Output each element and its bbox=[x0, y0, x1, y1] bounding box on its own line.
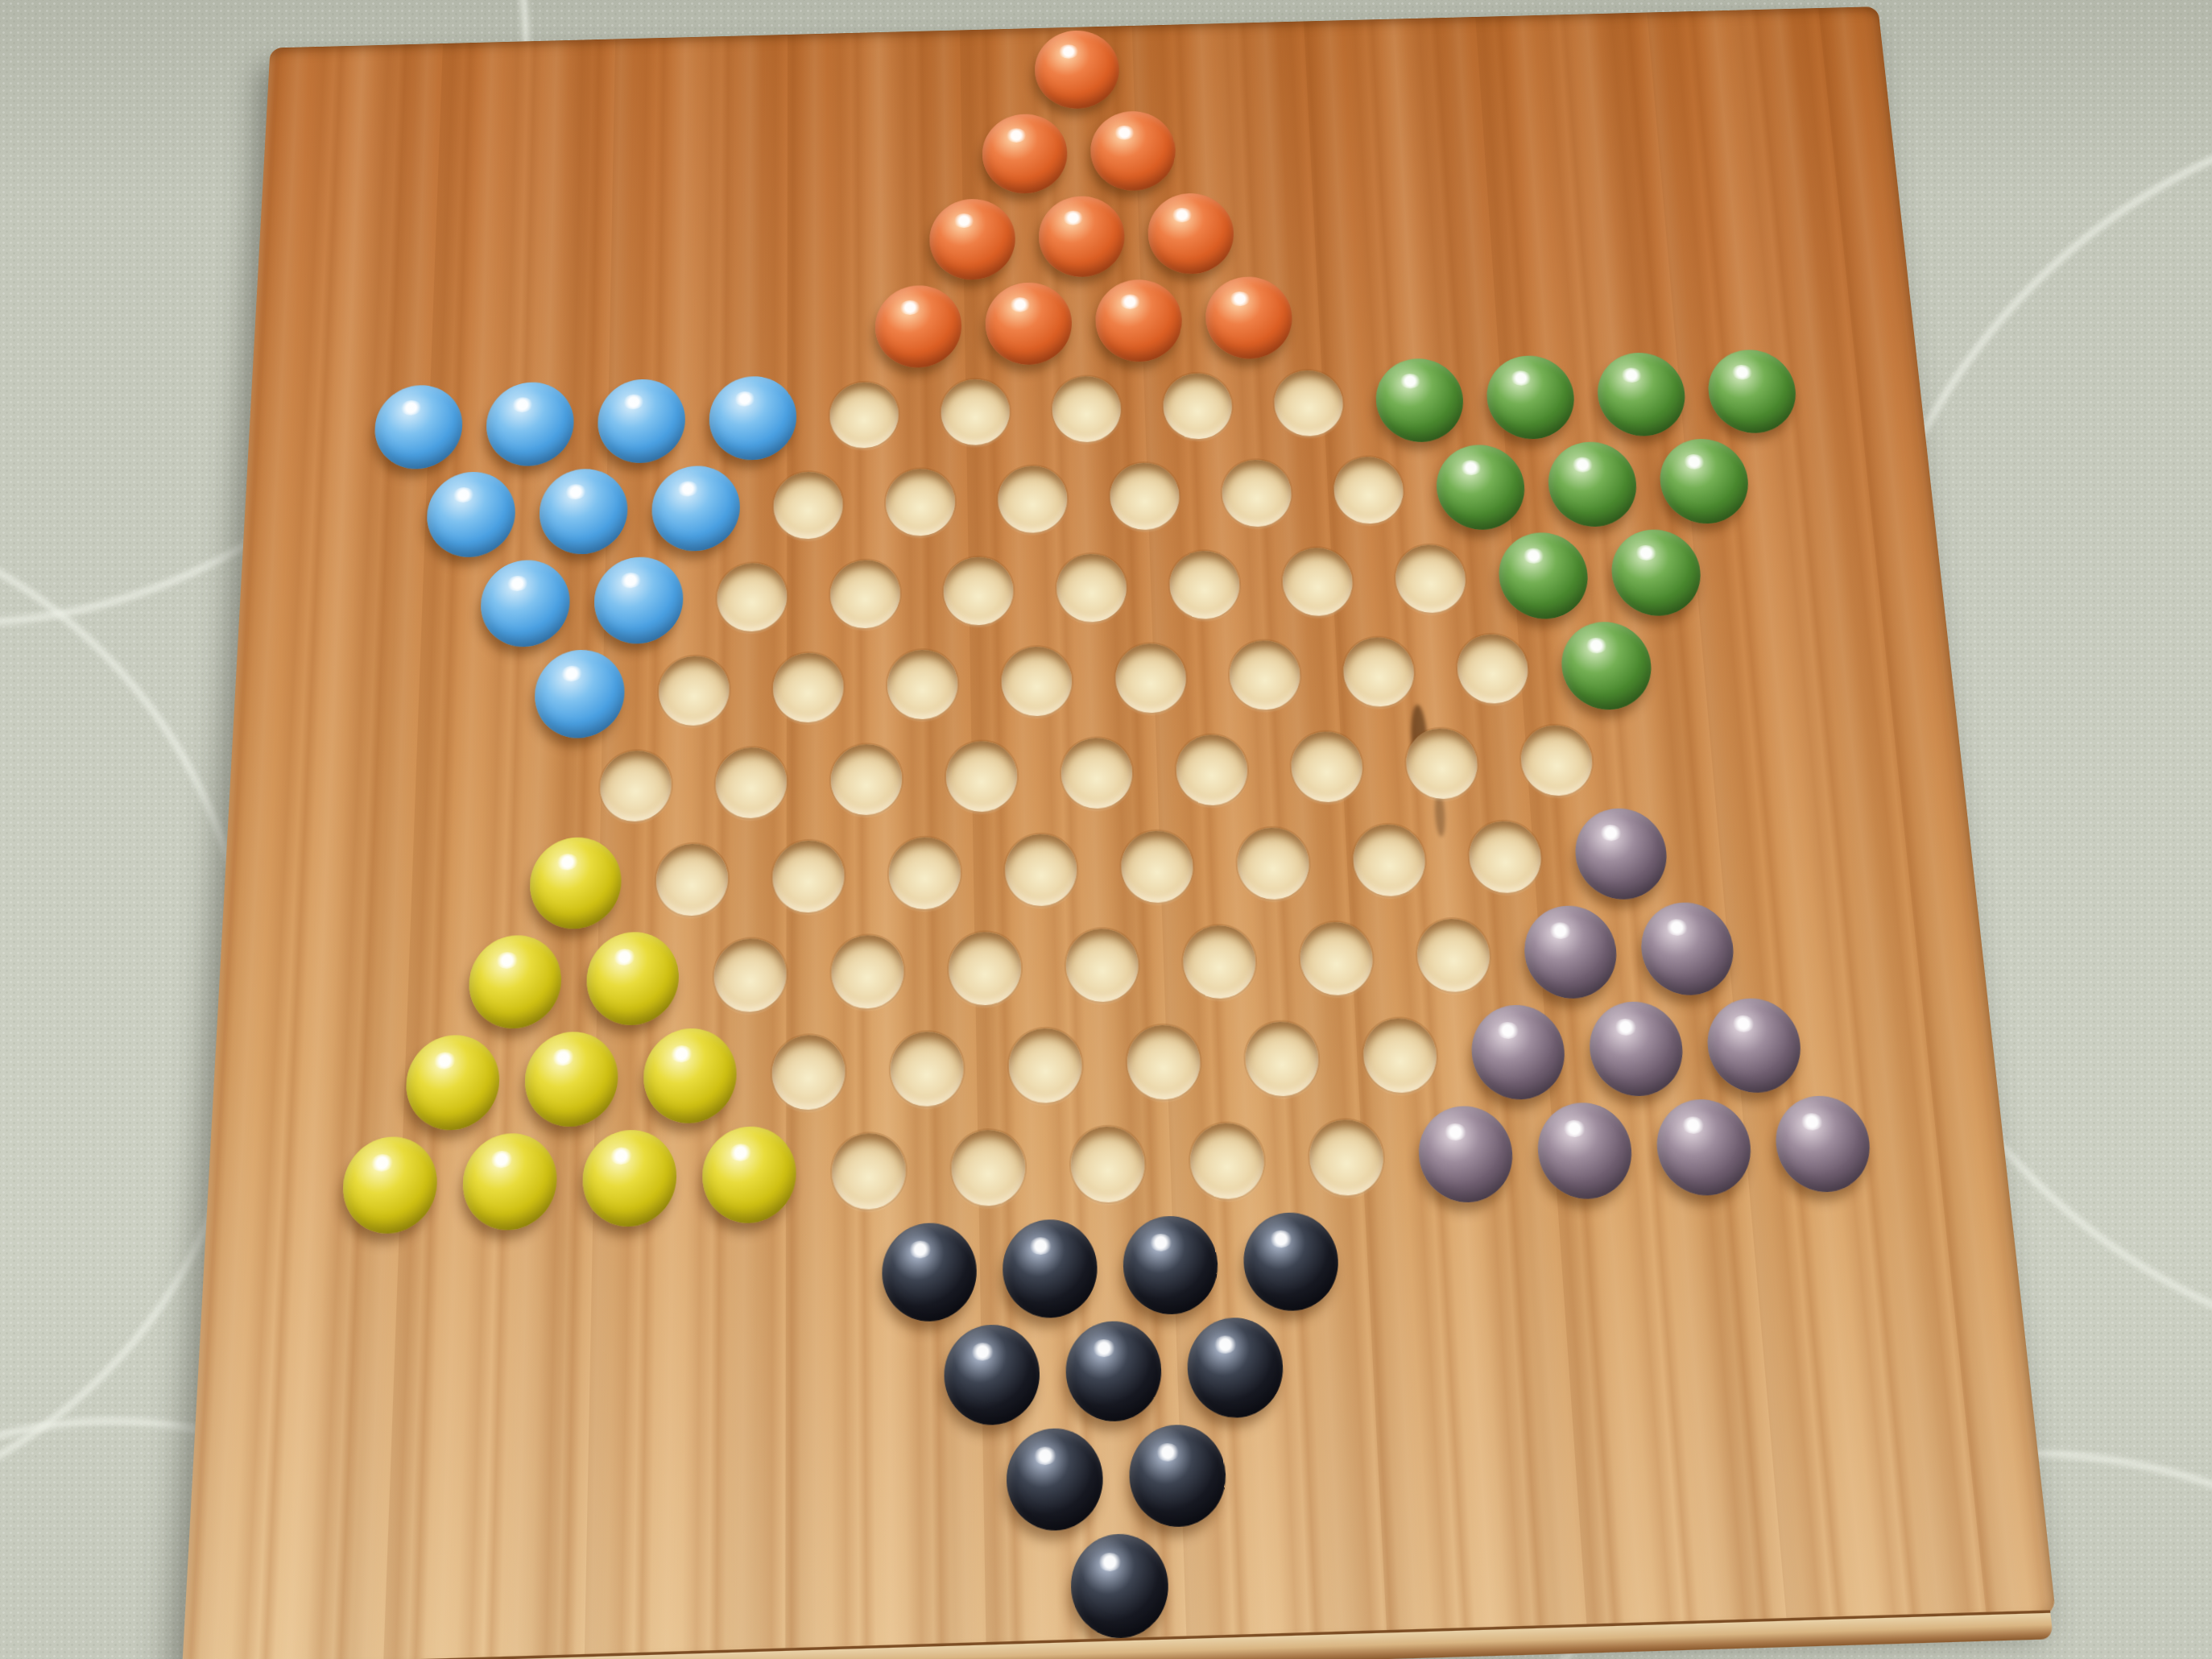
board-cell bbox=[1310, 445, 1427, 537]
orange-marble[interactable] bbox=[1037, 195, 1125, 278]
board-hole[interactable] bbox=[945, 740, 1018, 813]
board-cell bbox=[808, 921, 926, 1023]
board-cell bbox=[1759, 1092, 1887, 1197]
board-cell bbox=[1229, 1208, 1354, 1315]
orange-marble[interactable] bbox=[928, 198, 1015, 281]
board-cell bbox=[1267, 718, 1387, 816]
board-hole[interactable] bbox=[1415, 918, 1491, 993]
board-cell bbox=[521, 646, 638, 742]
board-cell bbox=[1508, 902, 1632, 1003]
board-cell bbox=[391, 1031, 513, 1134]
black-marble[interactable] bbox=[1128, 1424, 1228, 1529]
black-marble[interactable] bbox=[1122, 1214, 1219, 1315]
board-hole[interactable] bbox=[951, 1129, 1026, 1207]
board-hole[interactable] bbox=[774, 471, 843, 540]
board-cell bbox=[1047, 1112, 1169, 1217]
board-hole[interactable] bbox=[832, 1132, 906, 1210]
board-cell bbox=[1362, 355, 1478, 446]
blue-marble[interactable] bbox=[373, 384, 463, 470]
blue-marble[interactable] bbox=[479, 559, 570, 648]
board-hole[interactable] bbox=[830, 743, 902, 816]
board-hole[interactable] bbox=[1056, 553, 1127, 623]
board-cell bbox=[1573, 998, 1699, 1100]
black-marble[interactable] bbox=[943, 1323, 1040, 1426]
board-hole[interactable] bbox=[1221, 459, 1292, 527]
board-cell bbox=[1259, 535, 1376, 629]
board-hole[interactable] bbox=[1001, 646, 1073, 717]
board-cell bbox=[1521, 1098, 1648, 1203]
board-cell bbox=[869, 1218, 990, 1326]
board-hole[interactable] bbox=[1281, 547, 1354, 617]
board-cell bbox=[1026, 192, 1138, 280]
board-cell bbox=[1135, 190, 1247, 278]
board-cell bbox=[1433, 621, 1553, 717]
board-cell bbox=[808, 370, 920, 461]
orange-marble[interactable] bbox=[1147, 192, 1235, 275]
green-marble[interactable] bbox=[1484, 354, 1577, 440]
board-hole[interactable] bbox=[1519, 725, 1594, 797]
board-cell bbox=[1495, 712, 1617, 809]
board-cell bbox=[1422, 441, 1540, 534]
board-cell bbox=[569, 1126, 690, 1231]
board-cell bbox=[973, 279, 1085, 368]
board-hole[interactable] bbox=[1228, 639, 1301, 710]
board-cell bbox=[1172, 1314, 1298, 1422]
purple-marble[interactable] bbox=[1586, 1000, 1686, 1097]
board-cell bbox=[1051, 1317, 1176, 1425]
board-cell bbox=[630, 1024, 750, 1127]
board-hole[interactable] bbox=[772, 1034, 846, 1111]
yellow-marble[interactable] bbox=[467, 934, 561, 1030]
board-cell bbox=[866, 824, 984, 923]
board-hole[interactable] bbox=[1308, 1119, 1385, 1196]
board-hole[interactable] bbox=[1008, 1028, 1083, 1104]
board-cell bbox=[1042, 915, 1162, 1016]
board-hole[interactable] bbox=[1162, 373, 1233, 441]
board-hole[interactable] bbox=[1175, 734, 1248, 806]
green-marble[interactable] bbox=[1545, 441, 1639, 527]
board-cell bbox=[921, 544, 1036, 639]
board-hole[interactable] bbox=[891, 1031, 965, 1107]
purple-marble[interactable] bbox=[1469, 1003, 1568, 1100]
yellow-marble[interactable] bbox=[581, 1129, 676, 1228]
board-hole[interactable] bbox=[1051, 375, 1121, 443]
yellow-marble[interactable] bbox=[461, 1132, 558, 1231]
board-cell bbox=[1644, 435, 1764, 527]
board-cell bbox=[1087, 450, 1202, 543]
board-hole[interactable] bbox=[1114, 643, 1187, 714]
board-cell bbox=[917, 196, 1028, 283]
board-cell bbox=[1093, 631, 1209, 726]
board-cell bbox=[923, 728, 1040, 825]
board-hole[interactable] bbox=[1109, 462, 1180, 531]
board-cell bbox=[467, 556, 583, 651]
board-cell bbox=[1159, 912, 1280, 1012]
board-cell bbox=[1456, 1001, 1581, 1104]
board-hole[interactable] bbox=[1120, 830, 1194, 904]
yellow-marble[interactable] bbox=[643, 1027, 737, 1124]
board-hole[interactable] bbox=[1467, 821, 1543, 894]
board-cell bbox=[511, 1028, 631, 1131]
chinese-checkers-board bbox=[182, 6, 2056, 1659]
board-cell bbox=[864, 456, 978, 548]
board-cell bbox=[1103, 1011, 1225, 1114]
board-cell bbox=[1140, 361, 1255, 452]
board-hole[interactable] bbox=[1181, 925, 1256, 999]
board-cell bbox=[1445, 808, 1567, 907]
board-cell bbox=[1391, 905, 1515, 1006]
black-marble[interactable] bbox=[1069, 1533, 1169, 1640]
board-cell bbox=[1533, 438, 1652, 530]
yellow-marble[interactable] bbox=[404, 1034, 500, 1132]
board-cell bbox=[982, 821, 1101, 920]
board-cell bbox=[979, 634, 1095, 730]
yellow-marble[interactable] bbox=[585, 931, 679, 1027]
board-hole[interactable] bbox=[1342, 636, 1416, 707]
board-cell bbox=[1022, 27, 1131, 112]
blue-marble[interactable] bbox=[425, 471, 516, 559]
yellow-marble[interactable] bbox=[341, 1136, 438, 1235]
board-cell bbox=[1082, 276, 1195, 366]
board-hole[interactable] bbox=[1244, 1021, 1320, 1098]
board-hole[interactable] bbox=[1127, 1024, 1201, 1101]
yellow-marble[interactable] bbox=[529, 836, 622, 930]
board-hole[interactable] bbox=[599, 750, 672, 822]
board-cell bbox=[526, 465, 640, 558]
board-cell bbox=[1284, 1106, 1408, 1210]
board-cell bbox=[581, 553, 696, 647]
board-cell bbox=[986, 1014, 1106, 1117]
purple-marble[interactable] bbox=[1772, 1094, 1874, 1193]
board-cell bbox=[865, 637, 980, 733]
yellow-marble[interactable] bbox=[523, 1031, 618, 1128]
board-hole[interactable] bbox=[1060, 737, 1132, 809]
board-cell bbox=[1152, 722, 1271, 819]
board-cell bbox=[691, 925, 808, 1026]
board-hole[interactable] bbox=[948, 931, 1021, 1006]
board-cell bbox=[992, 1424, 1118, 1535]
board-hole[interactable] bbox=[717, 562, 787, 632]
board-cell bbox=[1371, 532, 1490, 627]
board-cell bbox=[448, 1129, 570, 1235]
board-hole[interactable] bbox=[772, 840, 844, 914]
board-cell bbox=[1221, 1007, 1343, 1111]
board-cell bbox=[1640, 1095, 1768, 1200]
black-marble[interactable] bbox=[1002, 1218, 1098, 1319]
blue-marble[interactable] bbox=[597, 379, 685, 465]
board-cell bbox=[989, 1215, 1112, 1322]
black-marble[interactable] bbox=[1185, 1317, 1284, 1420]
board-cell bbox=[1582, 350, 1701, 440]
blue-marble[interactable] bbox=[485, 381, 574, 467]
board-hole[interactable] bbox=[1404, 727, 1479, 800]
board-cell bbox=[516, 834, 635, 933]
board-cell bbox=[1472, 352, 1590, 443]
orange-marble[interactable] bbox=[985, 282, 1073, 366]
board-cell bbox=[1276, 908, 1397, 1009]
board-hole[interactable] bbox=[655, 843, 728, 917]
board-hole[interactable] bbox=[1065, 928, 1139, 1003]
board-cell bbox=[867, 1018, 986, 1121]
board-hole[interactable] bbox=[1393, 544, 1466, 613]
green-marble[interactable] bbox=[1705, 349, 1799, 434]
board-cell bbox=[585, 375, 697, 466]
blue-marble[interactable] bbox=[534, 649, 626, 740]
board-cell bbox=[1077, 108, 1189, 194]
tablecloth-background bbox=[0, 0, 2212, 1659]
board-hole[interactable] bbox=[1455, 634, 1530, 705]
purple-marble[interactable] bbox=[1653, 1098, 1755, 1198]
blue-marble[interactable] bbox=[651, 465, 740, 552]
board-cell bbox=[1403, 1102, 1528, 1206]
board-cell bbox=[1381, 715, 1502, 813]
board-hole[interactable] bbox=[941, 379, 1010, 446]
board-cell bbox=[577, 737, 693, 834]
board-cell bbox=[688, 1123, 808, 1227]
board-cell bbox=[1206, 627, 1325, 723]
board-hole[interactable] bbox=[1333, 456, 1405, 524]
board-cell bbox=[1693, 346, 1812, 436]
black-marble[interactable] bbox=[1065, 1320, 1163, 1423]
board-hole[interactable] bbox=[1189, 1122, 1265, 1200]
board-cell bbox=[863, 282, 974, 371]
black-marble[interactable] bbox=[882, 1222, 978, 1322]
black-marble[interactable] bbox=[1242, 1211, 1341, 1312]
green-marble[interactable] bbox=[1656, 438, 1751, 525]
board-cell bbox=[694, 550, 808, 644]
orange-marble[interactable] bbox=[1204, 275, 1294, 360]
blue-marble[interactable] bbox=[539, 468, 629, 556]
board-cell bbox=[328, 1132, 452, 1238]
board-hole[interactable] bbox=[1362, 1017, 1438, 1094]
board-hole[interactable] bbox=[1004, 834, 1077, 907]
board-cell bbox=[1038, 725, 1156, 822]
green-marble[interactable] bbox=[1374, 358, 1466, 443]
board-cell bbox=[1546, 618, 1667, 714]
board-hole[interactable] bbox=[1298, 921, 1374, 996]
board-cell bbox=[1691, 995, 1817, 1097]
board-cell bbox=[751, 639, 866, 735]
board-cell bbox=[1165, 1109, 1288, 1214]
board-cell bbox=[1625, 899, 1750, 999]
board-cell bbox=[749, 1021, 868, 1124]
board-cell bbox=[1560, 805, 1683, 904]
board-cell bbox=[473, 379, 586, 470]
board-cell bbox=[1199, 447, 1315, 540]
orange-marble[interactable] bbox=[874, 284, 961, 369]
board-hole[interactable] bbox=[773, 652, 844, 723]
orange-marble[interactable] bbox=[1034, 30, 1120, 110]
purple-marble[interactable] bbox=[1638, 901, 1737, 996]
board-cell bbox=[750, 827, 866, 926]
board-cell bbox=[1098, 817, 1217, 916]
board-hole[interactable] bbox=[887, 649, 958, 720]
board-hole[interactable] bbox=[1352, 824, 1428, 897]
board-cell bbox=[636, 643, 751, 738]
board-hole[interactable] bbox=[1069, 1126, 1145, 1204]
orange-marble[interactable] bbox=[982, 113, 1069, 194]
board-cell bbox=[639, 462, 753, 555]
purple-marble[interactable] bbox=[1573, 807, 1670, 900]
purple-marble[interactable] bbox=[1521, 904, 1619, 999]
board-hole[interactable] bbox=[831, 934, 903, 1009]
board-cell bbox=[1109, 1212, 1233, 1319]
board-hole[interactable] bbox=[713, 937, 786, 1012]
board-hole[interactable] bbox=[1289, 730, 1363, 803]
board-cell bbox=[454, 931, 574, 1032]
purple-marble[interactable] bbox=[1416, 1105, 1515, 1204]
board-cell bbox=[413, 468, 528, 561]
board-hole[interactable] bbox=[1168, 550, 1241, 620]
purple-marble[interactable] bbox=[1535, 1102, 1635, 1201]
board-cell bbox=[1329, 811, 1450, 910]
blue-marble[interactable] bbox=[709, 375, 796, 461]
board-cell bbox=[1192, 273, 1305, 362]
board-cell bbox=[697, 373, 808, 464]
board-cell bbox=[1483, 529, 1602, 623]
board-hole[interactable] bbox=[889, 837, 961, 910]
green-marble[interactable] bbox=[1608, 528, 1704, 617]
board-hole[interactable] bbox=[659, 656, 730, 726]
orange-marble[interactable] bbox=[1089, 110, 1177, 192]
green-marble[interactable] bbox=[1559, 621, 1655, 711]
board-cell bbox=[808, 547, 922, 641]
board-hole[interactable] bbox=[1272, 370, 1344, 437]
board-hole[interactable] bbox=[886, 468, 956, 536]
board-cell bbox=[1034, 541, 1150, 635]
board-cell bbox=[970, 110, 1080, 197]
board-cell bbox=[693, 734, 808, 832]
board-cell bbox=[633, 830, 750, 930]
board-cell bbox=[1320, 624, 1439, 720]
board-cell bbox=[928, 1115, 1049, 1220]
green-marble[interactable] bbox=[1496, 532, 1590, 620]
green-marble[interactable] bbox=[1434, 444, 1528, 531]
star-grid bbox=[309, 10, 1929, 1659]
blue-marble[interactable] bbox=[593, 556, 683, 644]
board-cell bbox=[1030, 364, 1143, 455]
board-cell bbox=[976, 453, 1090, 546]
board-cell bbox=[919, 366, 1032, 457]
board-cell bbox=[808, 731, 924, 829]
board-hole[interactable] bbox=[943, 556, 1014, 627]
board-cell bbox=[1338, 1004, 1462, 1107]
board-cell bbox=[1056, 1529, 1183, 1643]
board-hole[interactable] bbox=[830, 559, 900, 629]
board-cell bbox=[1146, 538, 1263, 632]
board-hole[interactable] bbox=[829, 382, 899, 449]
board-cell bbox=[1114, 1421, 1241, 1532]
purple-marble[interactable] bbox=[1704, 997, 1805, 1094]
board-hole[interactable] bbox=[998, 465, 1069, 533]
board-cell bbox=[930, 1321, 1053, 1429]
yellow-marble[interactable] bbox=[701, 1125, 796, 1224]
board-cell bbox=[1251, 358, 1366, 449]
green-marble[interactable] bbox=[1594, 352, 1688, 437]
board-cell bbox=[752, 459, 865, 552]
black-marble[interactable] bbox=[1006, 1427, 1104, 1532]
board-cell bbox=[925, 918, 1044, 1020]
orange-marble[interactable] bbox=[1094, 279, 1184, 363]
board-hole[interactable] bbox=[1236, 827, 1311, 900]
board-cell bbox=[1213, 814, 1333, 913]
board-cell bbox=[573, 928, 692, 1029]
board-cell bbox=[361, 382, 476, 473]
board-hole[interactable] bbox=[715, 747, 787, 819]
board-cell bbox=[1596, 526, 1716, 619]
board-cell bbox=[808, 1119, 928, 1223]
